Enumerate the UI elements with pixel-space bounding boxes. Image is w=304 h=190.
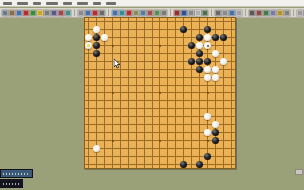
intersection[interactable] xyxy=(164,152,172,160)
mini-window-2[interactable] xyxy=(0,179,23,188)
intersection[interactable] xyxy=(211,113,219,121)
intersection[interactable] xyxy=(132,42,140,50)
intersection[interactable] xyxy=(93,81,101,89)
toolbar-button-icon[interactable] xyxy=(58,10,64,16)
intersection[interactable] xyxy=(188,89,196,97)
intersection[interactable] xyxy=(93,129,101,137)
intersection[interactable] xyxy=(180,50,188,58)
intersection[interactable] xyxy=(85,121,93,129)
intersection[interactable] xyxy=(188,50,196,58)
intersection[interactable] xyxy=(211,73,219,81)
intersection[interactable] xyxy=(156,121,164,129)
intersection[interactable] xyxy=(101,57,109,65)
mini-window-1[interactable] xyxy=(0,169,33,178)
toolbar-button-icon[interactable] xyxy=(16,10,22,16)
intersection[interactable] xyxy=(203,105,211,113)
intersection[interactable] xyxy=(203,129,211,137)
intersection[interactable] xyxy=(93,105,101,113)
intersection[interactable] xyxy=(219,152,227,160)
intersection[interactable] xyxy=(140,81,148,89)
intersection[interactable] xyxy=(85,81,93,89)
intersection[interactable] xyxy=(172,105,180,113)
intersection[interactable] xyxy=(211,121,219,129)
intersection[interactable] xyxy=(164,160,172,168)
intersection[interactable] xyxy=(93,160,101,168)
intersection[interactable] xyxy=(180,26,188,34)
intersection[interactable] xyxy=(148,160,156,168)
intersection[interactable] xyxy=(219,121,227,129)
intersection[interactable] xyxy=(101,160,109,168)
intersection[interactable] xyxy=(227,50,235,58)
intersection[interactable] xyxy=(164,18,172,26)
intersection[interactable] xyxy=(148,65,156,73)
intersection[interactable] xyxy=(180,121,188,129)
intersection[interactable] xyxy=(124,73,132,81)
intersection[interactable] xyxy=(196,160,204,168)
intersection[interactable] xyxy=(85,113,93,121)
intersection[interactable] xyxy=(124,65,132,73)
intersection[interactable] xyxy=(164,50,172,58)
intersection[interactable] xyxy=(196,113,204,121)
intersection[interactable] xyxy=(156,73,164,81)
intersection[interactable] xyxy=(132,50,140,58)
intersection[interactable] xyxy=(85,152,93,160)
intersection[interactable] xyxy=(203,81,211,89)
intersection[interactable] xyxy=(117,73,125,81)
intersection[interactable] xyxy=(156,144,164,152)
intersection[interactable] xyxy=(172,113,180,121)
intersection[interactable] xyxy=(164,42,172,50)
intersection[interactable] xyxy=(132,113,140,121)
intersection[interactable] xyxy=(109,18,117,26)
intersection[interactable] xyxy=(180,144,188,152)
menu-item-5[interactable] xyxy=(63,2,72,5)
intersection[interactable] xyxy=(211,160,219,168)
toolbar-button-icon[interactable] xyxy=(9,10,15,16)
toolbar-button-icon[interactable] xyxy=(133,10,139,16)
toolbar-button-icon[interactable] xyxy=(249,10,255,16)
intersection[interactable] xyxy=(85,97,93,105)
intersection[interactable] xyxy=(93,97,101,105)
intersection[interactable] xyxy=(101,105,109,113)
intersection[interactable] xyxy=(164,26,172,34)
intersection[interactable] xyxy=(109,144,117,152)
toolbar-button-icon[interactable] xyxy=(195,10,201,16)
intersection[interactable] xyxy=(219,73,227,81)
intersection[interactable] xyxy=(93,18,101,26)
intersection[interactable] xyxy=(93,42,101,50)
intersection[interactable] xyxy=(188,144,196,152)
intersection[interactable] xyxy=(196,121,204,129)
intersection[interactable] xyxy=(203,97,211,105)
intersection[interactable] xyxy=(180,136,188,144)
intersection[interactable] xyxy=(156,129,164,137)
intersection[interactable] xyxy=(140,26,148,34)
intersection[interactable] xyxy=(140,121,148,129)
intersection[interactable] xyxy=(109,97,117,105)
intersection[interactable] xyxy=(211,144,219,152)
intersection[interactable] xyxy=(148,26,156,34)
intersection[interactable] xyxy=(117,18,125,26)
intersection[interactable] xyxy=(188,73,196,81)
toolbar-button-icon[interactable] xyxy=(222,10,228,16)
toolbar-button-icon[interactable] xyxy=(2,10,8,16)
intersection[interactable] xyxy=(219,160,227,168)
intersection[interactable] xyxy=(203,26,211,34)
intersection[interactable] xyxy=(156,26,164,34)
intersection[interactable] xyxy=(109,113,117,121)
intersection[interactable] xyxy=(188,136,196,144)
intersection[interactable] xyxy=(124,121,132,129)
intersection[interactable] xyxy=(124,18,132,26)
intersection[interactable] xyxy=(85,89,93,97)
intersection[interactable] xyxy=(188,121,196,129)
intersection[interactable] xyxy=(227,105,235,113)
intersection[interactable] xyxy=(101,89,109,97)
intersection[interactable] xyxy=(148,97,156,105)
toolbar-button-icon[interactable] xyxy=(126,10,132,16)
toolbar-button-icon[interactable] xyxy=(30,10,36,16)
intersection[interactable] xyxy=(211,57,219,65)
intersection[interactable] xyxy=(188,57,196,65)
intersection[interactable] xyxy=(124,42,132,50)
intersection[interactable] xyxy=(124,50,132,58)
intersection[interactable] xyxy=(211,105,219,113)
intersection[interactable] xyxy=(227,34,235,42)
intersection[interactable] xyxy=(196,152,204,160)
intersection[interactable] xyxy=(85,50,93,58)
intersection[interactable] xyxy=(93,73,101,81)
intersection[interactable] xyxy=(140,73,148,81)
intersection[interactable] xyxy=(172,160,180,168)
intersection[interactable] xyxy=(219,89,227,97)
intersection[interactable] xyxy=(117,34,125,42)
intersection[interactable] xyxy=(101,136,109,144)
intersection[interactable] xyxy=(227,89,235,97)
intersection[interactable] xyxy=(203,160,211,168)
intersection[interactable] xyxy=(172,81,180,89)
intersection[interactable] xyxy=(219,34,227,42)
intersection[interactable] xyxy=(101,26,109,34)
intersection[interactable] xyxy=(180,34,188,42)
intersection[interactable] xyxy=(219,81,227,89)
intersection[interactable] xyxy=(117,136,125,144)
intersection[interactable] xyxy=(85,73,93,81)
intersection[interactable] xyxy=(203,34,211,42)
intersection[interactable] xyxy=(219,50,227,58)
intersection[interactable] xyxy=(180,73,188,81)
intersection[interactable] xyxy=(101,81,109,89)
intersection[interactable] xyxy=(117,97,125,105)
intersection[interactable] xyxy=(219,57,227,65)
intersection[interactable] xyxy=(227,144,235,152)
intersection[interactable] xyxy=(196,81,204,89)
intersection[interactable] xyxy=(132,144,140,152)
intersection[interactable] xyxy=(196,57,204,65)
intersection[interactable] xyxy=(219,18,227,26)
intersection[interactable] xyxy=(196,18,204,26)
intersection[interactable] xyxy=(132,136,140,144)
intersection[interactable] xyxy=(180,129,188,137)
intersection[interactable] xyxy=(227,18,235,26)
intersection[interactable] xyxy=(219,129,227,137)
intersection[interactable] xyxy=(172,121,180,129)
intersection[interactable] xyxy=(196,42,204,50)
toolbar-button-icon[interactable] xyxy=(85,10,91,16)
intersection[interactable] xyxy=(156,18,164,26)
intersection[interactable] xyxy=(117,42,125,50)
intersection[interactable] xyxy=(148,105,156,113)
intersection[interactable] xyxy=(219,105,227,113)
intersection[interactable] xyxy=(140,57,148,65)
intersection[interactable] xyxy=(156,105,164,113)
intersection[interactable] xyxy=(85,160,93,168)
intersection[interactable] xyxy=(148,42,156,50)
intersection[interactable] xyxy=(196,144,204,152)
toolbar-button-icon[interactable] xyxy=(215,10,221,16)
menu-item-8[interactable] xyxy=(106,2,116,5)
intersection[interactable] xyxy=(140,89,148,97)
intersection[interactable] xyxy=(93,34,101,42)
intersection[interactable] xyxy=(101,144,109,152)
intersection[interactable] xyxy=(180,97,188,105)
intersection[interactable] xyxy=(211,50,219,58)
intersection[interactable] xyxy=(117,160,125,168)
intersection[interactable] xyxy=(188,81,196,89)
intersection[interactable] xyxy=(140,18,148,26)
intersection[interactable] xyxy=(172,42,180,50)
intersection[interactable] xyxy=(124,129,132,137)
intersection[interactable] xyxy=(164,65,172,73)
intersection[interactable] xyxy=(124,152,132,160)
intersection[interactable] xyxy=(188,34,196,42)
intersection[interactable] xyxy=(140,136,148,144)
intersection[interactable] xyxy=(203,113,211,121)
intersection[interactable] xyxy=(124,81,132,89)
intersection[interactable] xyxy=(85,57,93,65)
menu-item-2[interactable] xyxy=(17,2,28,5)
intersection[interactable] xyxy=(172,57,180,65)
intersection[interactable] xyxy=(117,81,125,89)
intersection[interactable] xyxy=(117,50,125,58)
intersection[interactable] xyxy=(148,81,156,89)
intersection[interactable] xyxy=(211,65,219,73)
intersection[interactable] xyxy=(148,89,156,97)
intersection[interactable] xyxy=(203,50,211,58)
intersection[interactable] xyxy=(109,105,117,113)
intersection[interactable] xyxy=(188,97,196,105)
intersection[interactable] xyxy=(164,73,172,81)
intersection[interactable] xyxy=(164,113,172,121)
intersection[interactable] xyxy=(93,136,101,144)
intersection[interactable] xyxy=(124,26,132,34)
intersection[interactable] xyxy=(227,42,235,50)
intersection[interactable] xyxy=(211,136,219,144)
intersection[interactable] xyxy=(164,136,172,144)
intersection[interactable] xyxy=(117,144,125,152)
intersection[interactable] xyxy=(93,50,101,58)
intersection[interactable] xyxy=(227,136,235,144)
intersection[interactable] xyxy=(140,105,148,113)
intersection[interactable] xyxy=(124,136,132,144)
intersection[interactable] xyxy=(203,152,211,160)
toolbar-button-icon[interactable] xyxy=(256,10,262,16)
intersection[interactable] xyxy=(101,34,109,42)
intersection[interactable] xyxy=(188,26,196,34)
intersection[interactable] xyxy=(117,89,125,97)
intersection[interactable] xyxy=(117,26,125,34)
intersection[interactable] xyxy=(132,73,140,81)
toolbar-button-icon[interactable] xyxy=(188,10,194,16)
toolbar-button-icon[interactable] xyxy=(23,10,29,16)
intersection[interactable] xyxy=(188,65,196,73)
intersection[interactable] xyxy=(156,160,164,168)
intersection[interactable] xyxy=(180,113,188,121)
intersection[interactable] xyxy=(188,113,196,121)
intersection[interactable] xyxy=(109,121,117,129)
intersection[interactable] xyxy=(93,113,101,121)
intersection[interactable] xyxy=(164,57,172,65)
toolbar-button-icon[interactable] xyxy=(51,10,57,16)
intersection[interactable] xyxy=(101,73,109,81)
intersection[interactable] xyxy=(93,121,101,129)
menu-item-7[interactable] xyxy=(93,2,101,5)
intersection[interactable] xyxy=(172,89,180,97)
intersection[interactable] xyxy=(203,144,211,152)
intersection[interactable] xyxy=(85,136,93,144)
intersection[interactable] xyxy=(93,57,101,65)
toolbar-button-icon[interactable] xyxy=(65,10,71,16)
intersection[interactable] xyxy=(211,81,219,89)
intersection[interactable] xyxy=(93,144,101,152)
intersection[interactable] xyxy=(211,129,219,137)
intersection[interactable] xyxy=(211,42,219,50)
intersection[interactable] xyxy=(85,65,93,73)
intersection[interactable] xyxy=(85,129,93,137)
intersection[interactable] xyxy=(101,65,109,73)
intersection[interactable] xyxy=(227,152,235,160)
intersection[interactable] xyxy=(140,34,148,42)
intersection[interactable] xyxy=(164,97,172,105)
intersection[interactable] xyxy=(109,160,117,168)
intersection[interactable] xyxy=(124,105,132,113)
toolbar-button-icon[interactable] xyxy=(140,10,146,16)
resize-grip[interactable] xyxy=(295,169,303,175)
intersection[interactable] xyxy=(180,57,188,65)
intersection[interactable] xyxy=(188,18,196,26)
toolbar-button-icon[interactable] xyxy=(277,10,283,16)
toolbar-button-icon[interactable] xyxy=(44,10,50,16)
toolbar-button-icon[interactable] xyxy=(284,10,290,16)
intersection[interactable] xyxy=(140,65,148,73)
intersection[interactable] xyxy=(132,129,140,137)
toolbar-button-icon[interactable] xyxy=(270,10,276,16)
intersection[interactable] xyxy=(227,160,235,168)
intersection[interactable] xyxy=(93,26,101,34)
toolbar-button-icon[interactable] xyxy=(37,10,43,16)
intersection[interactable] xyxy=(117,152,125,160)
intersection[interactable] xyxy=(211,34,219,42)
intersection[interactable] xyxy=(124,113,132,121)
intersection[interactable] xyxy=(211,89,219,97)
intersection[interactable] xyxy=(219,144,227,152)
intersection[interactable] xyxy=(172,73,180,81)
intersection[interactable] xyxy=(109,81,117,89)
intersection[interactable] xyxy=(85,26,93,34)
toolbar-button-icon[interactable] xyxy=(147,10,153,16)
intersection[interactable] xyxy=(164,81,172,89)
intersection[interactable] xyxy=(180,65,188,73)
intersection[interactable] xyxy=(196,50,204,58)
intersection[interactable] xyxy=(172,18,180,26)
intersection[interactable] xyxy=(85,105,93,113)
toolbar-button-icon[interactable] xyxy=(229,10,235,16)
intersection[interactable] xyxy=(109,129,117,137)
intersection[interactable] xyxy=(140,144,148,152)
intersection[interactable] xyxy=(164,144,172,152)
intersection[interactable] xyxy=(227,73,235,81)
intersection[interactable] xyxy=(148,50,156,58)
intersection[interactable] xyxy=(227,26,235,34)
intersection[interactable] xyxy=(180,18,188,26)
intersection[interactable] xyxy=(117,105,125,113)
toolbar-button-icon[interactable] xyxy=(99,10,105,16)
intersection[interactable] xyxy=(164,105,172,113)
intersection[interactable] xyxy=(172,152,180,160)
intersection[interactable] xyxy=(219,65,227,73)
intersection[interactable] xyxy=(132,18,140,26)
intersection[interactable] xyxy=(140,42,148,50)
intersection[interactable] xyxy=(196,97,204,105)
intersection[interactable] xyxy=(164,129,172,137)
intersection[interactable] xyxy=(140,160,148,168)
intersection[interactable] xyxy=(85,42,93,50)
intersection[interactable] xyxy=(117,121,125,129)
intersection[interactable] xyxy=(180,152,188,160)
intersection[interactable] xyxy=(140,97,148,105)
intersection[interactable] xyxy=(227,97,235,105)
intersection[interactable] xyxy=(196,129,204,137)
intersection[interactable] xyxy=(172,34,180,42)
intersection[interactable] xyxy=(101,129,109,137)
intersection[interactable] xyxy=(188,42,196,50)
intersection[interactable] xyxy=(124,160,132,168)
intersection[interactable] xyxy=(140,113,148,121)
toolbar-button-icon[interactable] xyxy=(161,10,167,16)
intersection[interactable] xyxy=(227,81,235,89)
toolbar-button-icon[interactable] xyxy=(154,10,160,16)
intersection[interactable] xyxy=(180,160,188,168)
intersection[interactable] xyxy=(132,89,140,97)
intersection[interactable] xyxy=(211,152,219,160)
intersection[interactable] xyxy=(196,73,204,81)
intersection[interactable] xyxy=(164,34,172,42)
intersection[interactable] xyxy=(101,42,109,50)
intersection[interactable] xyxy=(124,144,132,152)
intersection[interactable] xyxy=(219,113,227,121)
toolbar-button-icon[interactable] xyxy=(236,10,242,16)
intersection[interactable] xyxy=(132,160,140,168)
intersection[interactable] xyxy=(219,26,227,34)
intersection[interactable] xyxy=(132,26,140,34)
intersection[interactable] xyxy=(148,34,156,42)
intersection[interactable] xyxy=(132,105,140,113)
intersection[interactable] xyxy=(172,136,180,144)
intersection[interactable] xyxy=(164,89,172,97)
toolbar-button-icon[interactable] xyxy=(202,10,208,16)
intersection[interactable] xyxy=(227,129,235,137)
intersection[interactable] xyxy=(219,97,227,105)
